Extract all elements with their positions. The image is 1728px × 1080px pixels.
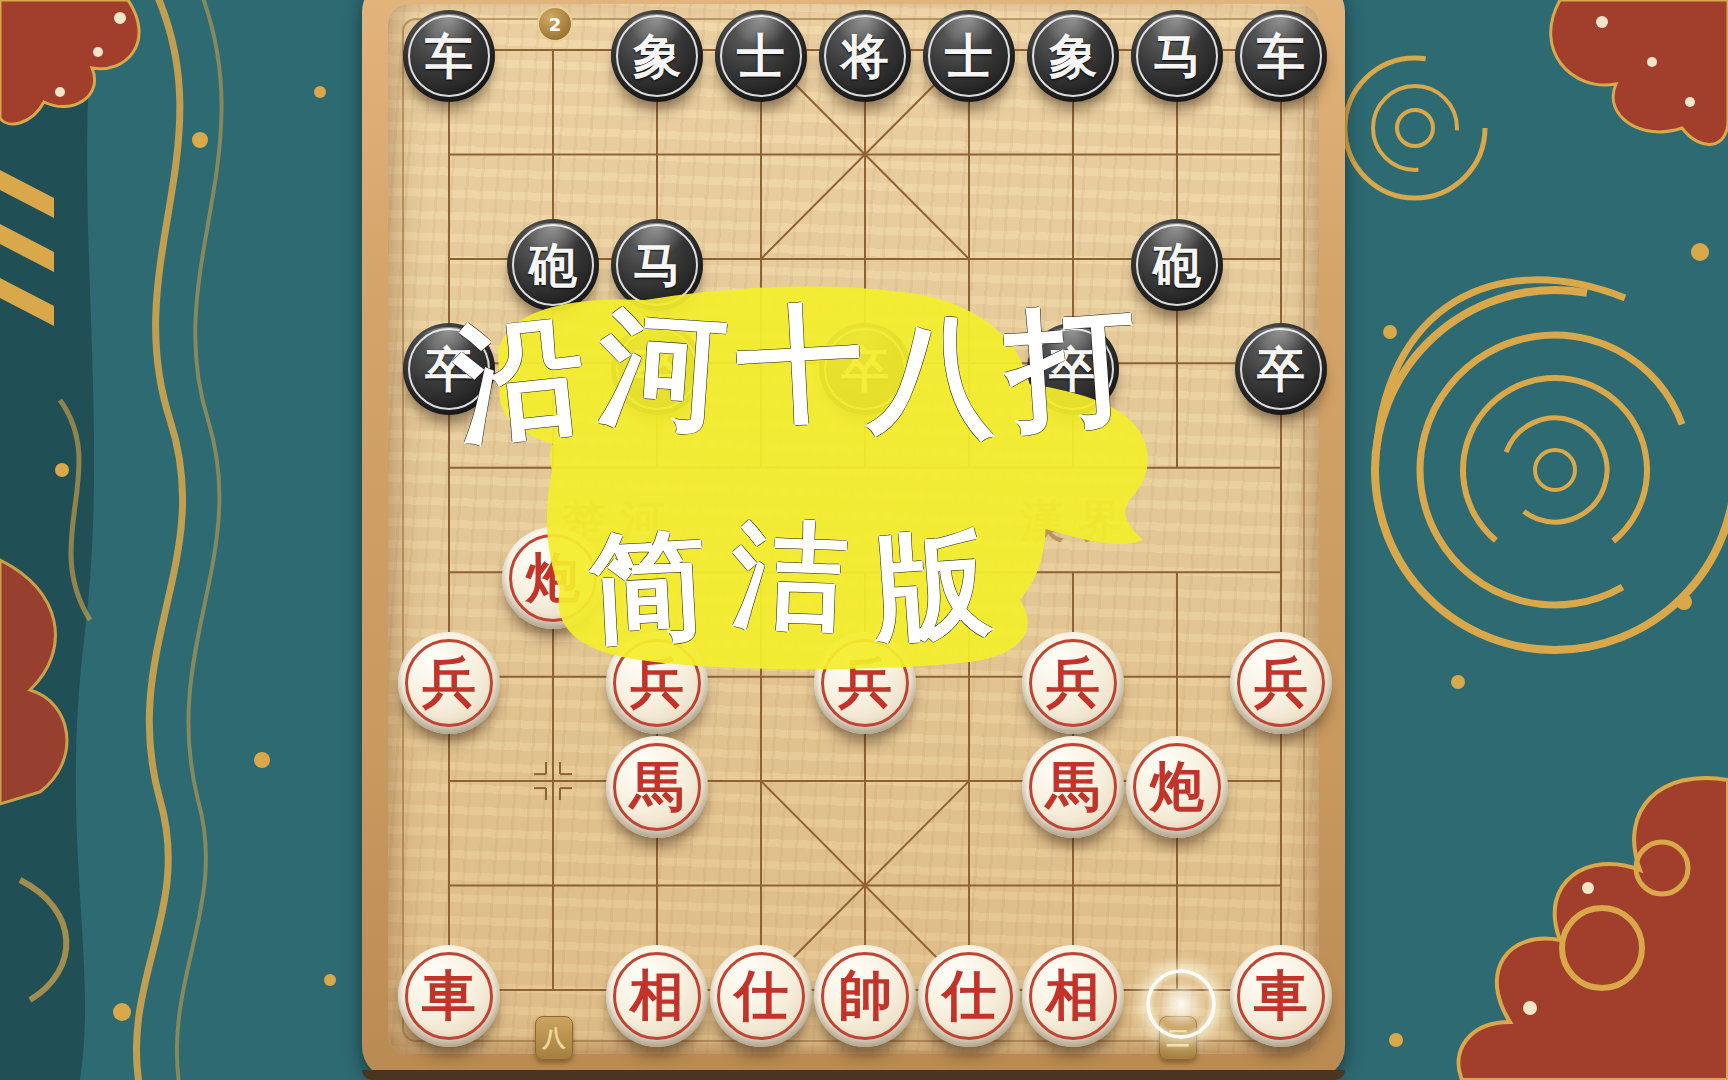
piece-black-soldier[interactable]: 卒 [819,323,911,415]
piece-black-soldier[interactable]: 卒 [1027,323,1119,415]
piece-black-soldier[interactable]: 卒 [1235,323,1327,415]
red-file-plaque-8: 八 [535,1016,573,1060]
piece-red-soldier[interactable]: 兵 [1022,632,1124,734]
piece-glyph: 帥 [838,969,892,1023]
piece-red-cannon[interactable]: 炮 [502,527,604,629]
piece-glyph: 兵 [1046,656,1100,710]
piece-glyph: 卒 [1049,345,1097,393]
piece-glyph: 兵 [1254,656,1308,710]
piece-red-horse[interactable]: 馬 [606,736,708,838]
piece-glyph: 馬 [630,760,684,814]
piece-glyph: 卒 [633,345,681,393]
piece-black-horse[interactable]: 马 [611,219,703,311]
piece-red-elephant[interactable]: 相 [1022,945,1124,1047]
piece-red-soldier[interactable]: 兵 [398,632,500,734]
piece-glyph: 士 [945,32,993,80]
piece-glyph: 马 [1153,32,1201,80]
piece-black-soldier[interactable]: 卒 [611,323,703,415]
piece-black-advisor[interactable]: 士 [923,10,1015,102]
piece-red-general[interactable]: 帥 [814,945,916,1047]
piece-red-soldier[interactable]: 兵 [1230,632,1332,734]
piece-red-elephant[interactable]: 相 [606,945,708,1047]
piece-black-horse[interactable]: 马 [1131,10,1223,102]
piece-glyph: 车 [425,32,473,80]
piece-black-cannon[interactable]: 砲 [1131,219,1223,311]
last-move-origin-glow [1146,969,1216,1039]
piece-glyph: 車 [1254,969,1308,1023]
piece-black-chariot[interactable]: 车 [1235,10,1327,102]
piece-glyph: 象 [633,32,681,80]
piece-red-chariot[interactable]: 車 [398,945,500,1047]
piece-glyph: 兵 [630,656,684,710]
xiangqi-board[interactable] [362,0,1345,1080]
piece-red-soldier[interactable]: 兵 [606,632,708,734]
piece-glyph: 仕 [942,969,996,1023]
piece-black-elephant[interactable]: 象 [611,10,703,102]
piece-glyph: 马 [633,241,681,289]
piece-red-chariot[interactable]: 車 [1230,945,1332,1047]
board-field [388,4,1319,1054]
piece-red-horse[interactable]: 馬 [1022,736,1124,838]
piece-glyph: 兵 [838,656,892,710]
piece-glyph: 車 [422,969,476,1023]
piece-glyph: 砲 [529,241,577,289]
piece-black-chariot[interactable]: 车 [403,10,495,102]
piece-black-soldier[interactable]: 卒 [403,323,495,415]
piece-glyph: 炮 [526,551,580,605]
piece-glyph: 相 [630,969,684,1023]
piece-red-soldier[interactable]: 兵 [814,632,916,734]
piece-glyph: 相 [1046,969,1100,1023]
piece-glyph: 馬 [1046,760,1100,814]
move-file-badge: 2 [537,6,573,42]
piece-glyph: 士 [737,32,785,80]
piece-red-advisor[interactable]: 仕 [710,945,812,1047]
piece-glyph: 仕 [734,969,788,1023]
piece-red-advisor[interactable]: 仕 [918,945,1020,1047]
piece-glyph: 炮 [1150,760,1204,814]
piece-black-advisor[interactable]: 士 [715,10,807,102]
piece-glyph: 卒 [1257,345,1305,393]
piece-black-general[interactable]: 将 [819,10,911,102]
piece-black-cannon[interactable]: 砲 [507,219,599,311]
piece-glyph: 卒 [841,345,889,393]
piece-glyph: 将 [841,32,889,80]
river-label-right: 漢界 [1020,492,1136,551]
piece-red-cannon[interactable]: 炮 [1126,736,1228,838]
piece-glyph: 象 [1049,32,1097,80]
piece-glyph: 车 [1257,32,1305,80]
piece-glyph: 兵 [422,656,476,710]
piece-black-elephant[interactable]: 象 [1027,10,1119,102]
piece-glyph: 砲 [1153,241,1201,289]
piece-glyph: 卒 [425,345,473,393]
